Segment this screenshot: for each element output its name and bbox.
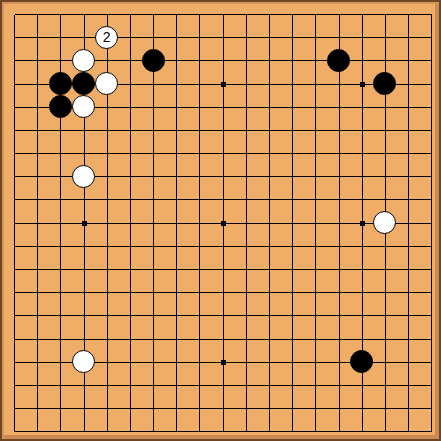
stones-layer: 2 <box>2 2 441 441</box>
move-number-label: 2 <box>103 30 111 44</box>
white-stone <box>72 49 95 72</box>
white-stone <box>72 350 95 373</box>
black-stone <box>49 95 72 118</box>
black-stone <box>142 49 165 72</box>
white-stone-numbered: 2 <box>95 26 118 49</box>
white-stone <box>72 165 95 188</box>
white-stone <box>373 211 396 234</box>
black-stone <box>350 350 373 373</box>
go-board-frame: 2 <box>0 0 441 441</box>
black-stone <box>327 49 350 72</box>
white-stone <box>72 95 95 118</box>
black-stone <box>72 72 95 95</box>
black-stone <box>49 72 72 95</box>
black-stone <box>373 72 396 95</box>
white-stone <box>95 72 118 95</box>
